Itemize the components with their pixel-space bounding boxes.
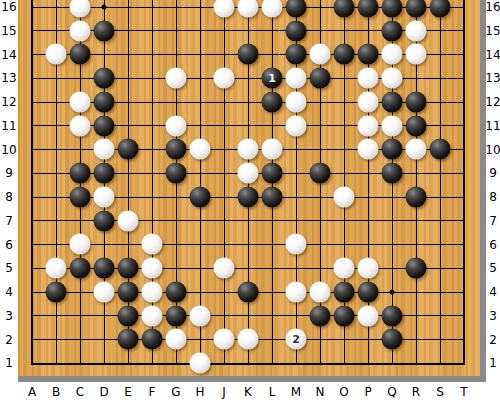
intersection-G3[interactable] [164,304,188,328]
intersection-L10[interactable] [260,138,284,162]
intersection-S7[interactable] [428,209,452,233]
intersection-T13[interactable] [452,66,476,90]
intersection-S11[interactable] [428,114,452,138]
intersection-T3[interactable] [452,304,476,328]
intersection-M7[interactable] [284,209,308,233]
intersection-J8[interactable] [212,185,236,209]
intersection-S5[interactable] [428,256,452,280]
intersection-B8[interactable] [44,185,68,209]
black-stone-D13[interactable] [94,68,115,89]
black-stone-E10[interactable] [118,139,139,160]
white-stone-O5[interactable] [334,258,355,279]
intersection-G11[interactable] [164,114,188,138]
white-stone-J13[interactable] [214,68,235,89]
intersection-T7[interactable] [452,209,476,233]
black-stone-D11[interactable] [94,115,115,136]
intersection-R5[interactable] [404,256,428,280]
intersection-K12[interactable] [236,90,260,114]
black-stone-C8[interactable] [70,186,91,207]
intersection-L12[interactable] [260,90,284,114]
intersection-S3[interactable] [428,304,452,328]
intersection-D10[interactable] [92,138,116,162]
intersection-S9[interactable] [428,161,452,185]
intersection-O7[interactable] [332,209,356,233]
intersection-Q16[interactable] [380,0,404,19]
intersection-D9[interactable] [92,161,116,185]
intersection-P1[interactable] [356,351,380,375]
intersection-A4[interactable] [20,280,44,304]
intersection-P8[interactable] [356,185,380,209]
white-stone-M11[interactable] [286,115,307,136]
black-stone-L8[interactable] [262,186,283,207]
intersection-F9[interactable] [140,161,164,185]
intersection-T12[interactable] [452,90,476,114]
intersection-L16[interactable] [260,0,284,19]
intersection-O12[interactable] [332,90,356,114]
intersection-G4[interactable] [164,280,188,304]
intersection-B13[interactable] [44,66,68,90]
intersection-L7[interactable] [260,209,284,233]
white-stone-G11[interactable] [166,115,187,136]
intersection-M12[interactable] [284,90,308,114]
black-stone-M15[interactable] [286,20,307,41]
black-stone-E5[interactable] [118,258,139,279]
white-stone-F4[interactable] [142,281,163,302]
intersection-A11[interactable] [20,114,44,138]
black-stone-O4[interactable] [334,281,355,302]
intersection-N11[interactable] [308,114,332,138]
intersection-A6[interactable] [20,233,44,257]
intersection-G6[interactable] [164,233,188,257]
intersection-E11[interactable] [116,114,140,138]
intersection-F11[interactable] [140,114,164,138]
intersection-G16[interactable] [164,0,188,19]
intersection-G2[interactable] [164,328,188,352]
intersection-M16[interactable] [284,0,308,19]
intersection-K6[interactable] [236,233,260,257]
intersection-G7[interactable] [164,209,188,233]
white-stone-C11[interactable] [70,115,91,136]
intersection-P14[interactable] [356,43,380,67]
black-stone-S10[interactable] [430,139,451,160]
white-stone-M2[interactable]: 2 [286,329,307,350]
intersection-L15[interactable] [260,19,284,43]
black-stone-P14[interactable] [358,44,379,65]
intersection-T8[interactable] [452,185,476,209]
intersection-R9[interactable] [404,161,428,185]
intersection-T9[interactable] [452,161,476,185]
intersection-E5[interactable] [116,256,140,280]
white-stone-P5[interactable] [358,258,379,279]
intersection-E15[interactable] [116,19,140,43]
intersection-O1[interactable] [332,351,356,375]
intersection-T1[interactable] [452,351,476,375]
intersection-T11[interactable] [452,114,476,138]
black-stone-G10[interactable] [166,139,187,160]
black-stone-Q16[interactable] [382,0,403,17]
white-stone-M12[interactable] [286,91,307,112]
intersection-O11[interactable] [332,114,356,138]
intersection-C12[interactable] [68,90,92,114]
intersection-M6[interactable] [284,233,308,257]
intersection-H3[interactable] [188,304,212,328]
intersection-J5[interactable] [212,256,236,280]
intersection-G5[interactable] [164,256,188,280]
intersection-P6[interactable] [356,233,380,257]
intersection-E4[interactable] [116,280,140,304]
black-stone-E4[interactable] [118,281,139,302]
white-stone-O8[interactable] [334,186,355,207]
intersection-A3[interactable] [20,304,44,328]
intersection-P3[interactable] [356,304,380,328]
intersection-Q13[interactable] [380,66,404,90]
intersection-F3[interactable] [140,304,164,328]
black-stone-D9[interactable] [94,163,115,184]
intersection-A14[interactable] [20,43,44,67]
white-stone-M6[interactable] [286,234,307,255]
white-stone-H10[interactable] [190,139,211,160]
intersection-K2[interactable] [236,328,260,352]
intersection-A16[interactable] [20,0,44,19]
intersection-O5[interactable] [332,256,356,280]
intersection-A13[interactable] [20,66,44,90]
intersection-P15[interactable] [356,19,380,43]
intersection-C8[interactable] [68,185,92,209]
intersection-H15[interactable] [188,19,212,43]
intersection-A7[interactable] [20,209,44,233]
intersection-Q12[interactable] [380,90,404,114]
intersection-Q8[interactable] [380,185,404,209]
white-stone-K9[interactable] [238,163,259,184]
intersection-P12[interactable] [356,90,380,114]
white-stone-R14[interactable] [406,44,427,65]
intersection-Q3[interactable] [380,304,404,328]
intersection-S6[interactable] [428,233,452,257]
black-stone-R5[interactable] [406,258,427,279]
intersection-M4[interactable] [284,280,308,304]
black-stone-G4[interactable] [166,281,187,302]
intersection-H16[interactable] [188,0,212,19]
intersection-F1[interactable] [140,351,164,375]
intersection-K1[interactable] [236,351,260,375]
intersection-K7[interactable] [236,209,260,233]
intersection-G8[interactable] [164,185,188,209]
intersection-S12[interactable] [428,90,452,114]
intersection-J13[interactable] [212,66,236,90]
white-stone-P11[interactable] [358,115,379,136]
intersection-R1[interactable] [404,351,428,375]
intersection-R14[interactable] [404,43,428,67]
intersection-D8[interactable] [92,185,116,209]
black-stone-R8[interactable] [406,186,427,207]
white-stone-N4[interactable] [310,281,331,302]
intersection-R4[interactable] [404,280,428,304]
intersection-C6[interactable] [68,233,92,257]
intersection-N12[interactable] [308,90,332,114]
intersection-M10[interactable] [284,138,308,162]
intersection-G9[interactable] [164,161,188,185]
white-stone-H3[interactable] [190,305,211,326]
intersection-T2[interactable] [452,328,476,352]
intersection-R13[interactable] [404,66,428,90]
intersection-N4[interactable] [308,280,332,304]
black-stone-M14[interactable] [286,44,307,65]
intersection-G10[interactable] [164,138,188,162]
intersection-R8[interactable] [404,185,428,209]
intersection-C1[interactable] [68,351,92,375]
black-stone-C5[interactable] [70,258,91,279]
intersection-T16[interactable] [452,0,476,19]
intersection-K16[interactable] [236,0,260,19]
intersection-G13[interactable] [164,66,188,90]
white-stone-C15[interactable] [70,20,91,41]
intersection-D3[interactable] [92,304,116,328]
intersection-K5[interactable] [236,256,260,280]
black-stone-O3[interactable] [334,305,355,326]
white-stone-E7[interactable] [118,210,139,231]
black-stone-R11[interactable] [406,115,427,136]
black-stone-Q12[interactable] [382,91,403,112]
intersection-E8[interactable] [116,185,140,209]
white-stone-J16[interactable] [214,0,235,17]
intersection-P9[interactable] [356,161,380,185]
intersection-D1[interactable] [92,351,116,375]
white-stone-R15[interactable] [406,20,427,41]
black-stone-O16[interactable] [334,0,355,17]
intersection-K3[interactable] [236,304,260,328]
intersection-M9[interactable] [284,161,308,185]
intersection-B6[interactable] [44,233,68,257]
intersection-J7[interactable] [212,209,236,233]
intersection-Q9[interactable] [380,161,404,185]
intersection-C13[interactable] [68,66,92,90]
white-stone-C16[interactable] [70,0,91,17]
intersection-G15[interactable] [164,19,188,43]
intersection-J9[interactable] [212,161,236,185]
intersection-M1[interactable] [284,351,308,375]
intersection-J11[interactable] [212,114,236,138]
white-stone-D8[interactable] [94,186,115,207]
black-stone-P4[interactable] [358,281,379,302]
intersection-E3[interactable] [116,304,140,328]
intersection-D2[interactable] [92,328,116,352]
intersection-K8[interactable] [236,185,260,209]
intersection-F6[interactable] [140,233,164,257]
black-stone-R16[interactable] [406,0,427,17]
intersection-O15[interactable] [332,19,356,43]
white-stone-F3[interactable] [142,305,163,326]
white-stone-B5[interactable] [46,258,67,279]
intersection-A1[interactable] [20,351,44,375]
intersection-E9[interactable] [116,161,140,185]
white-stone-P13[interactable] [358,68,379,89]
intersection-K10[interactable] [236,138,260,162]
intersection-G12[interactable] [164,90,188,114]
white-stone-D4[interactable] [94,281,115,302]
black-stone-N3[interactable] [310,305,331,326]
black-stone-L12[interactable] [262,91,283,112]
black-stone-R12[interactable] [406,91,427,112]
black-stone-D7[interactable] [94,210,115,231]
intersection-P13[interactable] [356,66,380,90]
intersection-H14[interactable] [188,43,212,67]
intersection-O13[interactable] [332,66,356,90]
intersection-J6[interactable] [212,233,236,257]
intersection-O6[interactable] [332,233,356,257]
intersection-L11[interactable] [260,114,284,138]
intersection-J15[interactable] [212,19,236,43]
intersection-M2[interactable]: 2 [284,328,308,352]
intersection-N10[interactable] [308,138,332,162]
intersection-F13[interactable] [140,66,164,90]
intersection-H6[interactable] [188,233,212,257]
intersection-T5[interactable] [452,256,476,280]
white-stone-F5[interactable] [142,258,163,279]
intersection-F8[interactable] [140,185,164,209]
intersection-E10[interactable] [116,138,140,162]
intersection-R7[interactable] [404,209,428,233]
intersection-R11[interactable] [404,114,428,138]
intersection-F2[interactable] [140,328,164,352]
intersection-N13[interactable] [308,66,332,90]
intersection-C3[interactable] [68,304,92,328]
intersection-T4[interactable] [452,280,476,304]
intersection-D15[interactable] [92,19,116,43]
intersection-H13[interactable] [188,66,212,90]
intersection-F10[interactable] [140,138,164,162]
intersection-S8[interactable] [428,185,452,209]
intersection-K4[interactable] [236,280,260,304]
intersection-C2[interactable] [68,328,92,352]
black-stone-L13[interactable]: 1 [262,68,283,89]
intersection-H11[interactable] [188,114,212,138]
intersection-A2[interactable] [20,328,44,352]
intersection-C5[interactable] [68,256,92,280]
intersection-T14[interactable] [452,43,476,67]
intersection-H1[interactable] [188,351,212,375]
intersection-R6[interactable] [404,233,428,257]
intersection-H5[interactable] [188,256,212,280]
black-stone-O14[interactable] [334,44,355,65]
intersection-T15[interactable] [452,19,476,43]
intersection-B3[interactable] [44,304,68,328]
intersection-D4[interactable] [92,280,116,304]
intersection-N7[interactable] [308,209,332,233]
intersection-R3[interactable] [404,304,428,328]
intersection-O16[interactable] [332,0,356,19]
intersection-K9[interactable] [236,161,260,185]
intersection-O4[interactable] [332,280,356,304]
intersection-B2[interactable] [44,328,68,352]
black-stone-K14[interactable] [238,44,259,65]
white-stone-H1[interactable] [190,353,211,374]
intersection-O2[interactable] [332,328,356,352]
black-stone-C9[interactable] [70,163,91,184]
intersection-L2[interactable] [260,328,284,352]
intersection-B14[interactable] [44,43,68,67]
intersection-K13[interactable] [236,66,260,90]
intersection-O10[interactable] [332,138,356,162]
black-stone-B4[interactable] [46,281,67,302]
white-stone-C12[interactable] [70,91,91,112]
black-stone-N13[interactable] [310,68,331,89]
intersection-Q1[interactable] [380,351,404,375]
white-stone-J2[interactable] [214,329,235,350]
black-stone-K4[interactable] [238,281,259,302]
intersection-S13[interactable] [428,66,452,90]
white-stone-B14[interactable] [46,44,67,65]
black-stone-E3[interactable] [118,305,139,326]
intersection-S2[interactable] [428,328,452,352]
white-stone-D10[interactable] [94,139,115,160]
black-stone-E2[interactable] [118,329,139,350]
intersection-A15[interactable] [20,19,44,43]
intersection-J12[interactable] [212,90,236,114]
intersection-G1[interactable] [164,351,188,375]
intersection-M5[interactable] [284,256,308,280]
intersection-T10[interactable] [452,138,476,162]
intersection-P11[interactable] [356,114,380,138]
intersection-G14[interactable] [164,43,188,67]
intersection-H7[interactable] [188,209,212,233]
intersection-H12[interactable] [188,90,212,114]
intersection-M14[interactable] [284,43,308,67]
intersection-T6[interactable] [452,233,476,257]
intersection-S14[interactable] [428,43,452,67]
intersection-P4[interactable] [356,280,380,304]
white-stone-P3[interactable] [358,305,379,326]
intersection-D12[interactable] [92,90,116,114]
black-stone-Q3[interactable] [382,305,403,326]
intersection-M11[interactable] [284,114,308,138]
intersection-F14[interactable] [140,43,164,67]
intersection-O3[interactable] [332,304,356,328]
intersection-C14[interactable] [68,43,92,67]
intersection-N5[interactable] [308,256,332,280]
black-stone-Q2[interactable] [382,329,403,350]
intersection-A8[interactable] [20,185,44,209]
intersection-D5[interactable] [92,256,116,280]
intersection-E14[interactable] [116,43,140,67]
intersection-B11[interactable] [44,114,68,138]
intersection-Q11[interactable] [380,114,404,138]
black-stone-S16[interactable] [430,0,451,17]
intersection-B7[interactable] [44,209,68,233]
intersection-C9[interactable] [68,161,92,185]
intersection-J1[interactable] [212,351,236,375]
white-stone-P12[interactable] [358,91,379,112]
intersection-M3[interactable] [284,304,308,328]
intersection-B15[interactable] [44,19,68,43]
intersection-O8[interactable] [332,185,356,209]
black-stone-Q15[interactable] [382,20,403,41]
intersection-E2[interactable] [116,328,140,352]
intersection-M15[interactable] [284,19,308,43]
intersection-K15[interactable] [236,19,260,43]
intersection-L4[interactable] [260,280,284,304]
intersection-M8[interactable] [284,185,308,209]
intersection-N16[interactable] [308,0,332,19]
intersection-L1[interactable] [260,351,284,375]
intersection-L8[interactable] [260,185,284,209]
intersection-Q4[interactable] [380,280,404,304]
intersection-C10[interactable] [68,138,92,162]
intersection-M13[interactable] [284,66,308,90]
intersection-Q15[interactable] [380,19,404,43]
intersection-Q2[interactable] [380,328,404,352]
intersection-E16[interactable] [116,0,140,19]
intersection-F7[interactable] [140,209,164,233]
